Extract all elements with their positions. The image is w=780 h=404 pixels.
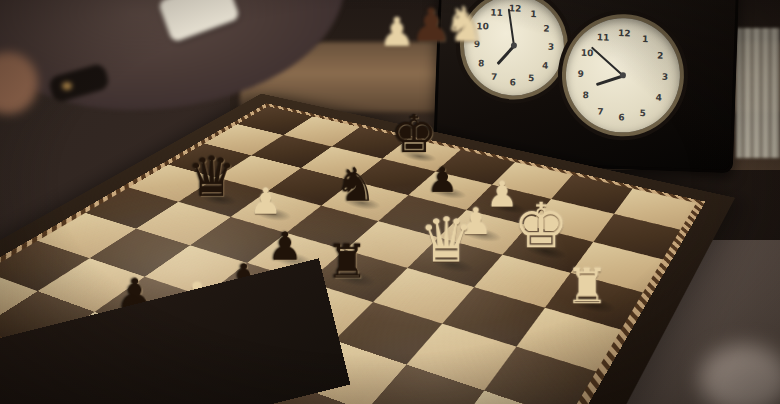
square-h6[interactable]	[484, 347, 596, 404]
opponent-arm	[0, 0, 370, 135]
piece-white-pawn-c4[interactable]: ♟	[223, 183, 308, 219]
piece-black-knight-d3[interactable]: ♞	[314, 162, 397, 208]
piece-white-king-g3[interactable]: ♚	[495, 195, 586, 258]
watch-glint	[62, 82, 72, 90]
film-still-stage: 123456789101112123456789101112 ♟♟♞ ♚♟♟♞♟…	[0, 0, 780, 404]
piece-white-rook-h4[interactable]: ♜	[538, 262, 638, 311]
square-h5[interactable]	[516, 308, 620, 372]
piece-black-king-d1[interactable]: ♚	[376, 108, 452, 160]
piece-white-queen-f4[interactable]: ♛	[400, 209, 493, 271]
